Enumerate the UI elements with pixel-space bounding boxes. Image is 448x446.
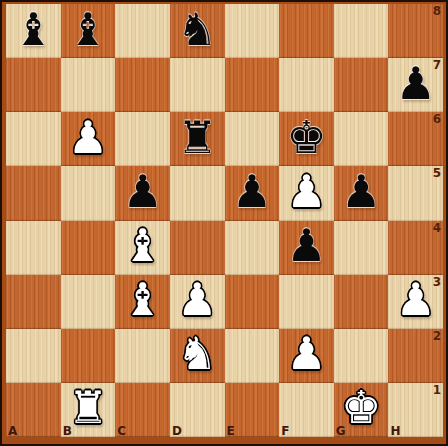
square-h7[interactable]: ♟ bbox=[388, 58, 443, 112]
chess-board: ♝♝♞♟♟♜♚♟♟♟♟♝♟♝♟♟♞♟♜♚87654321ABCDEFGH bbox=[0, 0, 448, 446]
square-c4[interactable]: ♝ bbox=[115, 221, 170, 275]
piece-black-pawn[interactable]: ♟ bbox=[286, 223, 326, 268]
square-d5[interactable] bbox=[170, 166, 225, 220]
square-a2[interactable] bbox=[6, 329, 61, 383]
square-e2[interactable] bbox=[225, 329, 280, 383]
square-h6[interactable] bbox=[388, 112, 443, 166]
square-f2[interactable]: ♟ bbox=[279, 329, 334, 383]
piece-white-pawn[interactable]: ♟ bbox=[286, 169, 326, 214]
square-d1[interactable] bbox=[170, 383, 225, 437]
piece-black-pawn[interactable]: ♟ bbox=[341, 169, 381, 214]
square-b7[interactable] bbox=[61, 58, 116, 112]
square-d8[interactable]: ♞ bbox=[170, 4, 225, 58]
square-d3[interactable]: ♟ bbox=[170, 275, 225, 329]
square-c7[interactable] bbox=[115, 58, 170, 112]
piece-white-pawn[interactable]: ♟ bbox=[68, 115, 108, 160]
square-h4[interactable] bbox=[388, 221, 443, 275]
square-e7[interactable] bbox=[225, 58, 280, 112]
square-d6[interactable]: ♜ bbox=[170, 112, 225, 166]
square-b8[interactable]: ♝ bbox=[61, 4, 116, 58]
square-f5[interactable]: ♟ bbox=[279, 166, 334, 220]
square-g3[interactable] bbox=[334, 275, 389, 329]
square-e4[interactable] bbox=[225, 221, 280, 275]
square-b3[interactable] bbox=[61, 275, 116, 329]
square-h8[interactable] bbox=[388, 4, 443, 58]
square-g5[interactable]: ♟ bbox=[334, 166, 389, 220]
square-g6[interactable] bbox=[334, 112, 389, 166]
piece-black-bishop[interactable]: ♝ bbox=[13, 7, 53, 52]
square-h2[interactable] bbox=[388, 329, 443, 383]
piece-black-knight[interactable]: ♞ bbox=[177, 7, 217, 52]
square-e8[interactable] bbox=[225, 4, 280, 58]
square-g8[interactable] bbox=[334, 4, 389, 58]
square-a3[interactable] bbox=[6, 275, 61, 329]
piece-black-rook[interactable]: ♜ bbox=[177, 115, 217, 160]
square-e1[interactable] bbox=[225, 383, 280, 437]
square-f6[interactable]: ♚ bbox=[279, 112, 334, 166]
square-a1[interactable] bbox=[6, 383, 61, 437]
square-a7[interactable] bbox=[6, 58, 61, 112]
square-c3[interactable]: ♝ bbox=[115, 275, 170, 329]
square-c1[interactable] bbox=[115, 383, 170, 437]
square-c8[interactable] bbox=[115, 4, 170, 58]
square-b4[interactable] bbox=[61, 221, 116, 275]
square-b6[interactable]: ♟ bbox=[61, 112, 116, 166]
square-h3[interactable]: ♟ bbox=[388, 275, 443, 329]
piece-black-pawn[interactable]: ♟ bbox=[396, 61, 436, 106]
piece-black-pawn[interactable]: ♟ bbox=[232, 169, 272, 214]
piece-white-pawn[interactable]: ♟ bbox=[177, 277, 217, 322]
piece-white-pawn[interactable]: ♟ bbox=[286, 331, 326, 376]
square-f7[interactable] bbox=[279, 58, 334, 112]
square-e5[interactable]: ♟ bbox=[225, 166, 280, 220]
square-h1[interactable] bbox=[388, 383, 443, 437]
square-a6[interactable] bbox=[6, 112, 61, 166]
piece-white-pawn[interactable]: ♟ bbox=[396, 277, 436, 322]
square-c2[interactable] bbox=[115, 329, 170, 383]
square-b2[interactable] bbox=[61, 329, 116, 383]
square-a8[interactable]: ♝ bbox=[6, 4, 61, 58]
square-d4[interactable] bbox=[170, 221, 225, 275]
piece-white-bishop[interactable]: ♝ bbox=[122, 223, 162, 268]
square-b1[interactable]: ♜ bbox=[61, 383, 116, 437]
square-e3[interactable] bbox=[225, 275, 280, 329]
square-f8[interactable] bbox=[279, 4, 334, 58]
square-g4[interactable] bbox=[334, 221, 389, 275]
square-b5[interactable] bbox=[61, 166, 116, 220]
square-d2[interactable]: ♞ bbox=[170, 329, 225, 383]
square-c6[interactable] bbox=[115, 112, 170, 166]
square-f1[interactable] bbox=[279, 383, 334, 437]
square-a5[interactable] bbox=[6, 166, 61, 220]
piece-white-king[interactable]: ♚ bbox=[341, 385, 381, 430]
square-g2[interactable] bbox=[334, 329, 389, 383]
piece-black-bishop[interactable]: ♝ bbox=[68, 7, 108, 52]
square-h5[interactable] bbox=[388, 166, 443, 220]
square-a4[interactable] bbox=[6, 221, 61, 275]
square-f3[interactable] bbox=[279, 275, 334, 329]
piece-white-bishop[interactable]: ♝ bbox=[122, 277, 162, 322]
piece-white-rook[interactable]: ♜ bbox=[68, 385, 108, 430]
square-e6[interactable] bbox=[225, 112, 280, 166]
square-d7[interactable] bbox=[170, 58, 225, 112]
piece-black-king[interactable]: ♚ bbox=[286, 115, 326, 160]
piece-white-knight[interactable]: ♞ bbox=[177, 331, 217, 376]
square-g7[interactable] bbox=[334, 58, 389, 112]
square-g1[interactable]: ♚ bbox=[334, 383, 389, 437]
square-c5[interactable]: ♟ bbox=[115, 166, 170, 220]
board-squares: ♝♝♞♟♟♜♚♟♟♟♟♝♟♝♟♟♞♟♜♚87654321ABCDEFGH bbox=[6, 4, 443, 437]
square-f4[interactable]: ♟ bbox=[279, 221, 334, 275]
piece-black-pawn[interactable]: ♟ bbox=[122, 169, 162, 214]
